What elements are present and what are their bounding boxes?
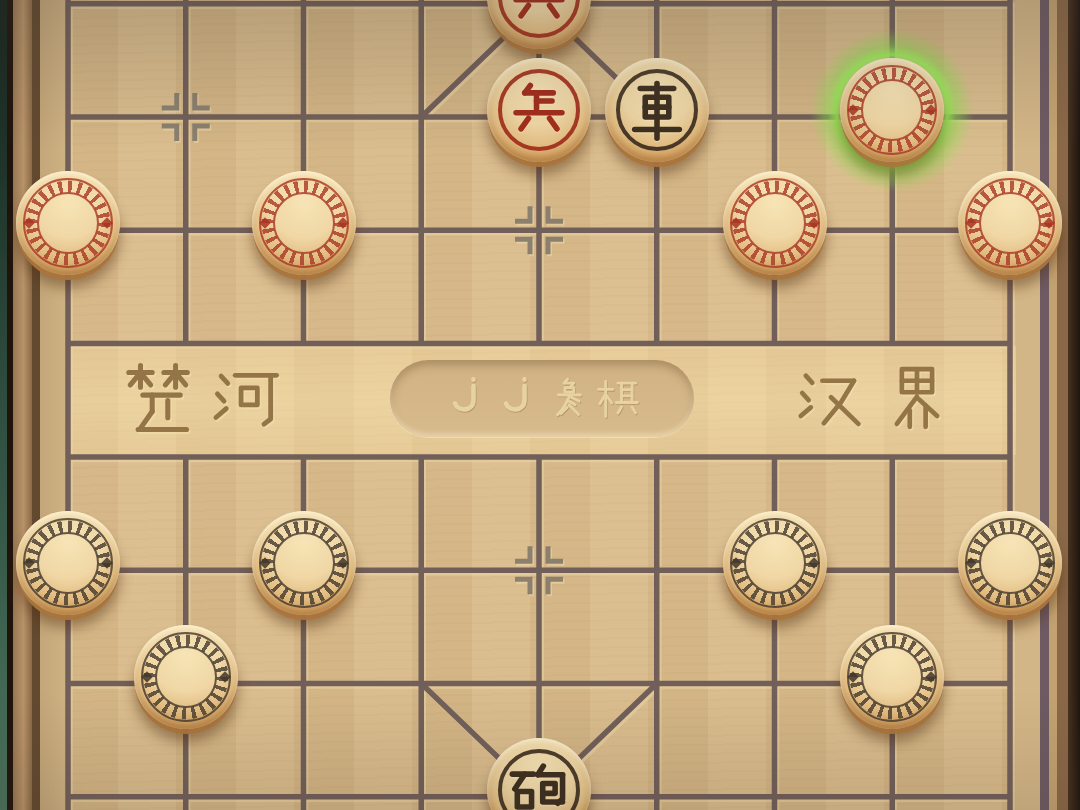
piece-face <box>605 58 709 162</box>
ring-inner-circle <box>273 532 335 594</box>
ring-inner-circle <box>37 532 99 594</box>
logo-glyph <box>445 376 491 422</box>
piece-face <box>487 738 591 810</box>
ring-inner-circle <box>979 192 1041 254</box>
piece-face <box>487 0 591 49</box>
logo-glyph <box>547 377 591 421</box>
river-character <box>210 362 284 440</box>
hidden-piece-black-ring-c2r6[interactable] <box>252 511 356 615</box>
hidden-piece-red-ring-c8r3[interactable] <box>958 171 1062 275</box>
logo-glyph <box>596 377 640 421</box>
piece-red-soldier-c4r2[interactable] <box>487 58 591 162</box>
ring-inner-circle <box>744 192 806 254</box>
hidden-piece-red-ring-c6r3[interactable] <box>723 171 827 275</box>
piece-black-cannon-c4r8[interactable] <box>487 738 591 810</box>
river-character <box>881 362 953 438</box>
logo-glyph <box>496 376 542 422</box>
ring-inner-circle <box>861 646 923 708</box>
river-char-glyph <box>795 362 867 434</box>
hidden-piece-black-ring-c1r7[interactable] <box>134 625 238 729</box>
hidden-piece-red-ring-c2r3[interactable] <box>252 171 356 275</box>
piece-black-chariot-c5r2[interactable] <box>605 58 709 162</box>
hidden-piece-black-ring-c6r6[interactable] <box>723 511 827 615</box>
ring-inner-circle <box>273 192 335 254</box>
app-logo <box>390 360 694 437</box>
river-char-glyph <box>881 362 953 434</box>
piece-red-soldier-c4r1[interactable] <box>487 0 591 49</box>
hidden-piece-black-ring-c7r7[interactable] <box>840 625 944 729</box>
ring-inner-circle <box>37 192 99 254</box>
hidden-piece-red-ring-c0r3[interactable] <box>16 171 120 275</box>
river-character <box>121 360 199 442</box>
game-screen <box>0 0 1080 810</box>
ring-inner-circle <box>744 532 806 594</box>
hidden-piece-red-ring-c7r2[interactable] <box>840 58 944 162</box>
river-char-glyph <box>121 360 199 438</box>
hidden-piece-black-ring-c0r6[interactable] <box>16 511 120 615</box>
ring-inner-circle <box>979 532 1041 594</box>
hidden-piece-black-ring-c8r6[interactable] <box>958 511 1062 615</box>
ring-inner-circle <box>155 646 217 708</box>
piece-face <box>487 58 591 162</box>
ring-inner-circle <box>861 79 923 141</box>
river-char-glyph <box>210 362 284 436</box>
river-character <box>795 362 867 438</box>
